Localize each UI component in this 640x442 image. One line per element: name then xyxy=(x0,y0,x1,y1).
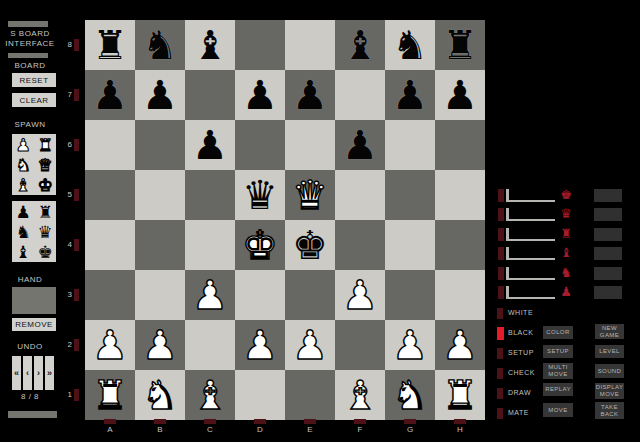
rank-row-5: 5 xyxy=(60,170,82,220)
capture-count-box[interactable] xyxy=(594,267,622,280)
rank-row-7: 7 xyxy=(60,70,82,120)
square-c3[interactable]: ♟ xyxy=(185,270,235,320)
spawn-section-label: SPAWN xyxy=(2,120,58,129)
capture-row-rook: ♜ xyxy=(497,228,640,242)
spawn-black-bishop[interactable]: ♝ xyxy=(12,242,34,262)
white-pawn-piece[interactable]: ♟ xyxy=(142,320,178,370)
capture-row-marker xyxy=(498,247,504,260)
black-pawn-piece[interactable]: ♟ xyxy=(242,70,278,120)
status-indicator-setup xyxy=(497,348,503,359)
undo-forward-all-button[interactable]: » xyxy=(45,356,54,390)
square-e2[interactable]: ♟ xyxy=(285,320,335,370)
white-pawn-piece[interactable]: ♟ xyxy=(342,270,378,320)
chess-board-interface: S BOARD INTERFACE BOARD RESET CLEAR SPAW… xyxy=(0,0,640,442)
square-h8[interactable]: ♜ xyxy=(435,20,485,70)
rank-tick-1 xyxy=(74,389,79,401)
black-pawn-piece[interactable]: ♟ xyxy=(142,70,178,120)
square-f5[interactable] xyxy=(335,170,385,220)
white-rook-piece[interactable]: ♜ xyxy=(92,370,128,420)
black-knight-piece[interactable]: ♞ xyxy=(142,20,178,70)
level-button[interactable]: LEVEL xyxy=(595,345,624,358)
replay-button[interactable]: REPLAY xyxy=(543,383,573,396)
file-cell-c: C xyxy=(185,419,235,441)
file-label-f: F xyxy=(335,425,385,434)
square-d1[interactable] xyxy=(235,370,285,420)
rank-label-2: 2 xyxy=(60,320,72,370)
undo-rewind-all-button[interactable]: « xyxy=(12,356,21,390)
color-button[interactable]: COLOR xyxy=(543,326,573,339)
capture-row-marker xyxy=(498,208,504,221)
spawn-white-knight[interactable]: ♞ xyxy=(12,155,34,175)
square-f3[interactable]: ♟ xyxy=(335,270,385,320)
spawn-black-tray: ♟♜♞♛♝♚ xyxy=(12,201,56,262)
spawn-black-pawn[interactable]: ♟ xyxy=(12,202,34,222)
white-bishop-icon: ♝ xyxy=(15,175,30,195)
square-c7[interactable] xyxy=(185,70,235,120)
rank-row-2: 2 xyxy=(60,320,82,370)
black-king-piece[interactable]: ♚ xyxy=(292,220,328,270)
black-pawn-piece[interactable]: ♟ xyxy=(392,70,428,120)
square-f7[interactable] xyxy=(335,70,385,120)
remove-button[interactable]: REMOVE xyxy=(12,318,56,331)
rank-label-4: 4 xyxy=(60,220,72,270)
reset-button[interactable]: RESET xyxy=(12,73,56,87)
square-h5[interactable] xyxy=(435,170,485,220)
rank-label-8: 8 xyxy=(60,20,72,70)
undo-step-forward-button[interactable]: › xyxy=(34,356,43,390)
square-b6[interactable] xyxy=(135,120,185,170)
file-cell-e: E xyxy=(285,419,335,441)
capture-row-knight: ♞ xyxy=(497,267,640,281)
capture-count-box[interactable] xyxy=(594,189,622,202)
black-pawn-piece[interactable]: ♟ xyxy=(342,120,378,170)
sidebar-bottom-divider xyxy=(8,411,57,418)
square-g5[interactable] xyxy=(385,170,435,220)
square-e6[interactable] xyxy=(285,120,335,170)
app-title-line1: S BOARD xyxy=(2,29,58,38)
take-back-button[interactable]: TAKE BACK xyxy=(595,402,624,419)
white-knight-icon: ♞ xyxy=(15,155,30,175)
spawn-black-rook[interactable]: ♜ xyxy=(34,202,56,222)
capture-count-box[interactable] xyxy=(594,228,622,241)
capture-slider-track xyxy=(506,200,555,202)
spawn-white-king[interactable]: ♚ xyxy=(34,175,56,195)
square-c2[interactable] xyxy=(185,320,235,370)
square-h3[interactable] xyxy=(435,270,485,320)
white-pawn-piece[interactable]: ♟ xyxy=(92,320,128,370)
square-b8[interactable]: ♞ xyxy=(135,20,185,70)
white-rook-piece[interactable]: ♜ xyxy=(442,370,478,420)
capture-slider-track xyxy=(506,258,555,260)
status-indicator-black xyxy=(497,327,504,340)
square-a1[interactable]: ♜ xyxy=(85,370,135,420)
black-queen-icon: ♛ xyxy=(37,222,52,242)
setup-button[interactable]: SETUP xyxy=(543,345,573,358)
white-pawn-piece[interactable]: ♟ xyxy=(442,320,478,370)
spawn-black-knight[interactable]: ♞ xyxy=(12,222,34,242)
pawn-icon: ♟ xyxy=(557,284,575,300)
spawn-black-queen[interactable]: ♛ xyxy=(34,222,56,242)
white-pawn-piece[interactable]: ♟ xyxy=(242,320,278,370)
square-g1[interactable]: ♞ xyxy=(385,370,435,420)
file-cell-g: G xyxy=(385,419,435,441)
rank-tick-2 xyxy=(74,339,79,351)
file-label-b: B xyxy=(135,425,185,434)
square-f4[interactable] xyxy=(335,220,385,270)
file-label-e: E xyxy=(285,425,335,434)
capture-count-box[interactable] xyxy=(594,208,622,221)
undo-step-back-button[interactable]: ‹ xyxy=(23,356,32,390)
black-knight-icon: ♞ xyxy=(15,222,30,242)
king-icon: ♚ xyxy=(557,187,575,203)
move-button[interactable]: MOVE xyxy=(543,403,573,417)
status-label-white: WHITE xyxy=(508,309,533,316)
black-pawn-piece[interactable]: ♟ xyxy=(292,70,328,120)
rank-label-3: 3 xyxy=(60,270,72,320)
square-b2[interactable]: ♟ xyxy=(135,320,185,370)
file-tick-a xyxy=(104,419,116,424)
capture-count-box[interactable] xyxy=(594,286,622,299)
undo-counter: 8 / 8 xyxy=(2,392,58,401)
file-cell-d: D xyxy=(235,419,285,441)
capture-row-king: ♚ xyxy=(497,189,640,203)
rank-label-5: 5 xyxy=(60,170,72,220)
square-b7[interactable]: ♟ xyxy=(135,70,185,120)
square-g7[interactable]: ♟ xyxy=(385,70,435,120)
app-title-line2: INTERFACE xyxy=(2,39,58,48)
white-knight-piece[interactable]: ♞ xyxy=(392,370,428,420)
white-rook-icon: ♜ xyxy=(37,135,52,155)
status-indicator-white xyxy=(497,308,503,319)
square-b4[interactable] xyxy=(135,220,185,270)
capture-count-box[interactable] xyxy=(594,247,622,260)
sidebar-divider xyxy=(8,53,48,58)
spawn-white-bishop[interactable]: ♝ xyxy=(12,175,34,195)
status-label-check: CHECK xyxy=(508,369,535,376)
square-e4[interactable]: ♚ xyxy=(285,220,335,270)
rook-icon: ♜ xyxy=(557,226,575,242)
square-f6[interactable]: ♟ xyxy=(335,120,385,170)
status-indicator-draw xyxy=(497,388,503,399)
file-label-d: D xyxy=(235,425,285,434)
black-rook-icon: ♜ xyxy=(37,202,52,222)
square-d2[interactable]: ♟ xyxy=(235,320,285,370)
capture-row-queen: ♛ xyxy=(497,208,640,222)
capture-row-marker xyxy=(498,228,504,241)
white-queen-piece[interactable]: ♛ xyxy=(292,170,328,220)
square-f1[interactable]: ♝ xyxy=(335,370,385,420)
capture-row-pawn: ♟ xyxy=(497,286,640,300)
black-rook-piece[interactable]: ♜ xyxy=(92,20,128,70)
capture-row-marker xyxy=(498,286,504,299)
file-tick-b xyxy=(154,419,166,424)
square-c1[interactable]: ♝ xyxy=(185,370,235,420)
spawn-white-tray: ♟♜♞♛♝♚ xyxy=(12,134,56,195)
knight-icon: ♞ xyxy=(557,265,575,281)
status-label-mate: MATE xyxy=(508,409,529,416)
spawn-white-pawn[interactable]: ♟ xyxy=(12,135,34,155)
square-e3[interactable] xyxy=(285,270,335,320)
square-a5[interactable] xyxy=(85,170,135,220)
file-label-a: A xyxy=(85,425,135,434)
capture-slider-track xyxy=(506,278,555,280)
square-b3[interactable] xyxy=(135,270,185,320)
file-label-c: C xyxy=(185,425,235,434)
square-d8[interactable] xyxy=(235,20,285,70)
file-cell-f: F xyxy=(335,419,385,441)
square-a8[interactable]: ♜ xyxy=(85,20,135,70)
square-h2[interactable]: ♟ xyxy=(435,320,485,370)
status-label-black: BLACK xyxy=(508,329,533,336)
square-e1[interactable] xyxy=(285,370,335,420)
file-label-g: G xyxy=(385,425,435,434)
white-bishop-piece[interactable]: ♝ xyxy=(192,370,228,420)
file-tick-g xyxy=(404,419,416,424)
white-bishop-piece[interactable]: ♝ xyxy=(342,370,378,420)
rank-tick-6 xyxy=(74,139,79,151)
spawn-black-king[interactable]: ♚ xyxy=(34,242,56,262)
capture-slider-track xyxy=(506,297,555,299)
rank-row-6: 6 xyxy=(60,120,82,170)
status-row-white: WHITE xyxy=(497,308,557,320)
square-b1[interactable]: ♞ xyxy=(135,370,185,420)
square-g2[interactable]: ♟ xyxy=(385,320,435,370)
square-h1[interactable]: ♜ xyxy=(435,370,485,420)
file-tick-e xyxy=(304,419,316,424)
file-tick-h xyxy=(454,419,466,424)
rank-tick-5 xyxy=(74,189,79,201)
undo-controls: «‹›» xyxy=(12,356,54,390)
white-pawn-piece[interactable]: ♟ xyxy=(192,270,228,320)
file-cell-a: A xyxy=(85,419,135,441)
rank-tick-3 xyxy=(74,289,79,301)
chess-board: ♜♞♝♝♞♜♟♟♟♟♟♟♟♟♛♛♚♚♟♟♟♟♟♟♟♟♜♞♝♝♞♜ xyxy=(85,20,485,420)
white-king-icon: ♚ xyxy=(37,175,52,195)
rank-row-3: 3 xyxy=(60,270,82,320)
black-pawn-icon: ♟ xyxy=(15,202,30,222)
black-bishop-icon: ♝ xyxy=(15,242,30,262)
file-tick-f xyxy=(354,419,366,424)
new-game-button[interactable]: NEW GAME xyxy=(595,324,624,339)
white-king-piece[interactable]: ♚ xyxy=(242,220,278,270)
bishop-icon: ♝ xyxy=(557,245,575,261)
square-g3[interactable] xyxy=(385,270,435,320)
square-a6[interactable] xyxy=(85,120,135,170)
black-pawn-piece[interactable]: ♟ xyxy=(192,120,228,170)
hand-slot[interactable] xyxy=(12,287,56,314)
capture-slider-track xyxy=(506,219,555,221)
status-label-draw: DRAW xyxy=(508,389,531,396)
square-e5[interactable]: ♛ xyxy=(285,170,335,220)
square-b5[interactable] xyxy=(135,170,185,220)
file-tick-d xyxy=(254,419,266,424)
white-pawn-icon: ♟ xyxy=(15,135,30,155)
spawn-white-rook[interactable]: ♜ xyxy=(34,135,56,155)
square-h4[interactable] xyxy=(435,220,485,270)
rank-label-1: 1 xyxy=(60,370,72,420)
square-f2[interactable] xyxy=(335,320,385,370)
rank-row-1: 1 xyxy=(60,370,82,420)
square-d3[interactable] xyxy=(235,270,285,320)
rank-row-8: 8 xyxy=(60,20,82,70)
square-a3[interactable] xyxy=(85,270,135,320)
clear-button[interactable]: CLEAR xyxy=(12,93,56,107)
rank-row-4: 4 xyxy=(60,220,82,270)
sidebar-top-divider xyxy=(8,21,48,27)
file-tick-c xyxy=(204,419,216,424)
square-a2[interactable]: ♟ xyxy=(85,320,135,370)
queen-icon: ♛ xyxy=(557,206,575,222)
black-queen-piece[interactable]: ♛ xyxy=(242,170,278,220)
black-pawn-piece[interactable]: ♟ xyxy=(442,70,478,120)
capture-row-marker xyxy=(498,189,504,202)
rank-label-7: 7 xyxy=(60,70,72,120)
square-d5[interactable]: ♛ xyxy=(235,170,285,220)
file-cell-h: H xyxy=(435,419,485,441)
rank-label-6: 6 xyxy=(60,120,72,170)
white-pawn-piece[interactable]: ♟ xyxy=(392,320,428,370)
black-rook-piece[interactable]: ♜ xyxy=(442,20,478,70)
hand-section-label: HAND xyxy=(2,275,58,284)
file-cell-b: B xyxy=(135,419,185,441)
undo-section-label: UNDO xyxy=(2,342,58,351)
multi-move-button[interactable]: MULTI MOVE xyxy=(543,363,573,379)
square-d7[interactable]: ♟ xyxy=(235,70,285,120)
capture-row-marker xyxy=(498,267,504,280)
square-c5[interactable] xyxy=(185,170,235,220)
black-knight-piece[interactable]: ♞ xyxy=(392,20,428,70)
white-knight-piece[interactable]: ♞ xyxy=(142,370,178,420)
rank-tick-7 xyxy=(74,89,79,101)
square-e7[interactable]: ♟ xyxy=(285,70,335,120)
square-f8[interactable]: ♝ xyxy=(335,20,385,70)
spawn-white-queen[interactable]: ♛ xyxy=(34,155,56,175)
status-indicator-check xyxy=(497,368,503,379)
square-a4[interactable] xyxy=(85,220,135,270)
square-g8[interactable]: ♞ xyxy=(385,20,435,70)
white-pawn-piece[interactable]: ♟ xyxy=(292,320,328,370)
black-bishop-piece[interactable]: ♝ xyxy=(192,20,228,70)
display-move-button[interactable]: DISPLAY MOVE xyxy=(595,383,624,399)
black-king-icon: ♚ xyxy=(37,242,52,262)
square-g6[interactable] xyxy=(385,120,435,170)
status-label-setup: SETUP xyxy=(508,349,534,356)
square-g4[interactable] xyxy=(385,220,435,270)
status-indicator-mate xyxy=(497,408,503,419)
capture-slider-track xyxy=(506,239,555,241)
board-section-label: BOARD xyxy=(2,61,58,70)
square-d4[interactable]: ♚ xyxy=(235,220,285,270)
square-c6[interactable]: ♟ xyxy=(185,120,235,170)
square-h6[interactable] xyxy=(435,120,485,170)
black-bishop-piece[interactable]: ♝ xyxy=(342,20,378,70)
capture-row-bishop: ♝ xyxy=(497,247,640,261)
black-pawn-piece[interactable]: ♟ xyxy=(92,70,128,120)
file-label-h: H xyxy=(435,425,485,434)
square-d6[interactable] xyxy=(235,120,285,170)
sound-button[interactable]: SOUND xyxy=(595,364,624,378)
square-c4[interactable] xyxy=(185,220,235,270)
square-a7[interactable]: ♟ xyxy=(85,70,135,120)
rank-tick-4 xyxy=(74,239,79,251)
square-e8[interactable] xyxy=(285,20,335,70)
square-h7[interactable]: ♟ xyxy=(435,70,485,120)
rank-tick-8 xyxy=(74,39,79,51)
white-queen-icon: ♛ xyxy=(37,155,52,175)
square-c8[interactable]: ♝ xyxy=(185,20,235,70)
